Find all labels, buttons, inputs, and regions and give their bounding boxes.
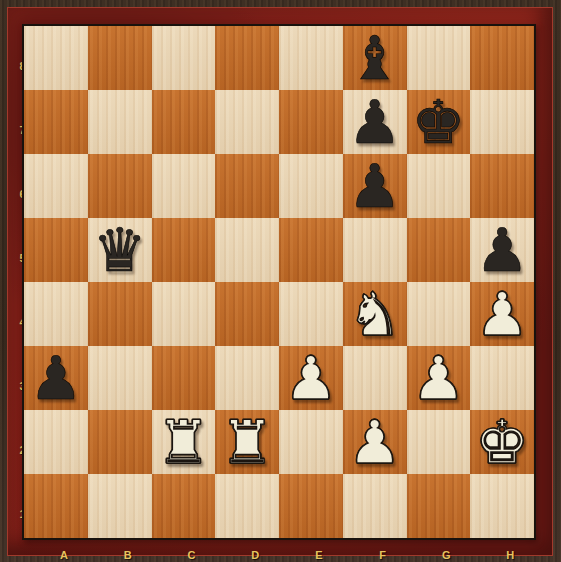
piece-white-pawn-h4[interactable]: ♟ xyxy=(470,282,534,346)
piece-white-pawn-f2[interactable]: ♟ xyxy=(343,410,407,474)
square-h4[interactable]: ♟ xyxy=(470,282,534,346)
piece-black-pawn-f7[interactable]: ♟ xyxy=(343,90,407,154)
square-d3[interactable] xyxy=(215,346,279,410)
piece-white-pawn-e3[interactable]: ♟ xyxy=(279,346,343,410)
square-e8[interactable] xyxy=(279,26,343,90)
piece-black-queen-b5[interactable]: ♛ xyxy=(88,218,152,282)
square-b5[interactable]: ♛ xyxy=(88,218,152,282)
square-d1[interactable] xyxy=(215,474,279,538)
square-b1[interactable] xyxy=(88,474,152,538)
piece-white-knight-f4[interactable]: ♞ xyxy=(343,282,407,346)
square-g4[interactable] xyxy=(407,282,471,346)
square-f8[interactable]: ♝ xyxy=(343,26,407,90)
square-g7[interactable]: ♚ xyxy=(407,90,471,154)
square-f3[interactable] xyxy=(343,346,407,410)
file-label-G: G xyxy=(415,547,479,562)
square-b3[interactable] xyxy=(88,346,152,410)
piece-black-king-g7[interactable]: ♚ xyxy=(407,90,471,154)
piece-black-bishop-f8[interactable]: ♝ xyxy=(343,26,407,90)
square-a6[interactable] xyxy=(24,154,88,218)
square-b7[interactable] xyxy=(88,90,152,154)
square-g3[interactable]: ♟ xyxy=(407,346,471,410)
square-e1[interactable] xyxy=(279,474,343,538)
square-e6[interactable] xyxy=(279,154,343,218)
square-a2[interactable] xyxy=(24,410,88,474)
square-b6[interactable] xyxy=(88,154,152,218)
piece-white-rook-d2[interactable]: ♜ xyxy=(215,410,279,474)
square-g8[interactable] xyxy=(407,26,471,90)
square-f2[interactable]: ♟ xyxy=(343,410,407,474)
file-label-F: F xyxy=(351,547,415,562)
square-b8[interactable] xyxy=(88,26,152,90)
piece-white-pawn-g3[interactable]: ♟ xyxy=(407,346,471,410)
file-labels: ABCDEFGH xyxy=(32,547,542,562)
square-h2[interactable]: ♚ xyxy=(470,410,534,474)
square-c8[interactable] xyxy=(152,26,216,90)
piece-white-rook-c2[interactable]: ♜ xyxy=(152,410,216,474)
square-h8[interactable] xyxy=(470,26,534,90)
square-d4[interactable] xyxy=(215,282,279,346)
board-grid: ♝♟♚♟♛♟♞♟♟♟♟♜♜♟♚ xyxy=(24,26,534,538)
square-b4[interactable] xyxy=(88,282,152,346)
file-label-A: A xyxy=(32,547,96,562)
file-label-H: H xyxy=(478,547,542,562)
square-a4[interactable] xyxy=(24,282,88,346)
square-a5[interactable] xyxy=(24,218,88,282)
square-g1[interactable] xyxy=(407,474,471,538)
square-c6[interactable] xyxy=(152,154,216,218)
square-a8[interactable] xyxy=(24,26,88,90)
chess-board: ♝♟♚♟♛♟♞♟♟♟♟♜♜♟♚ xyxy=(22,24,536,540)
piece-black-pawn-h5[interactable]: ♟ xyxy=(470,218,534,282)
square-e5[interactable] xyxy=(279,218,343,282)
piece-white-king-h2[interactable]: ♚ xyxy=(470,410,534,474)
square-d5[interactable] xyxy=(215,218,279,282)
square-h7[interactable] xyxy=(470,90,534,154)
square-c3[interactable] xyxy=(152,346,216,410)
square-b2[interactable] xyxy=(88,410,152,474)
square-f7[interactable]: ♟ xyxy=(343,90,407,154)
file-label-E: E xyxy=(287,547,351,562)
square-e2[interactable] xyxy=(279,410,343,474)
square-a3[interactable]: ♟ xyxy=(24,346,88,410)
square-d7[interactable] xyxy=(215,90,279,154)
square-d8[interactable] xyxy=(215,26,279,90)
square-e7[interactable] xyxy=(279,90,343,154)
square-g5[interactable] xyxy=(407,218,471,282)
file-label-B: B xyxy=(96,547,160,562)
square-f1[interactable] xyxy=(343,474,407,538)
square-d2[interactable]: ♜ xyxy=(215,410,279,474)
square-f4[interactable]: ♞ xyxy=(343,282,407,346)
file-label-C: C xyxy=(160,547,224,562)
square-c5[interactable] xyxy=(152,218,216,282)
square-c2[interactable]: ♜ xyxy=(152,410,216,474)
square-f5[interactable] xyxy=(343,218,407,282)
square-g2[interactable] xyxy=(407,410,471,474)
square-c1[interactable] xyxy=(152,474,216,538)
piece-black-pawn-f6[interactable]: ♟ xyxy=(343,154,407,218)
piece-black-pawn-a3[interactable]: ♟ xyxy=(24,346,88,410)
square-c4[interactable] xyxy=(152,282,216,346)
square-a1[interactable] xyxy=(24,474,88,538)
square-h6[interactable] xyxy=(470,154,534,218)
square-g6[interactable] xyxy=(407,154,471,218)
square-e3[interactable]: ♟ xyxy=(279,346,343,410)
square-f6[interactable]: ♟ xyxy=(343,154,407,218)
square-a7[interactable] xyxy=(24,90,88,154)
square-h1[interactable] xyxy=(470,474,534,538)
file-label-D: D xyxy=(223,547,287,562)
square-e4[interactable] xyxy=(279,282,343,346)
square-h3[interactable] xyxy=(470,346,534,410)
background-wood: 87654321 ABCDEFGH ♝♟♚♟♛♟♞♟♟♟♟♜♜♟♚ xyxy=(0,0,561,562)
square-h5[interactable]: ♟ xyxy=(470,218,534,282)
square-d6[interactable] xyxy=(215,154,279,218)
square-c7[interactable] xyxy=(152,90,216,154)
